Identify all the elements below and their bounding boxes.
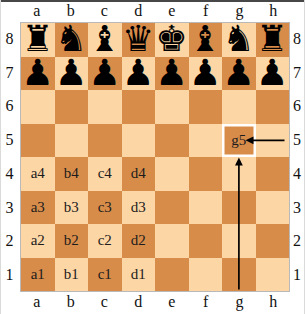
piece-black-king: ♚ (156, 22, 188, 56)
rank-label-left-4: 4 (0, 157, 19, 191)
square-c5[interactable] (88, 124, 122, 158)
square-g1[interactable] (222, 258, 256, 292)
file-label-bottom-b: b (54, 292, 88, 312)
square-a4[interactable]: a4 (21, 157, 55, 191)
square-label-c2: c2 (98, 232, 112, 249)
piece-black-rook: ♜ (256, 22, 288, 56)
file-label-bottom-c: c (88, 292, 122, 312)
square-d6[interactable] (122, 90, 156, 124)
piece-black-pawn: ♟ (156, 56, 188, 90)
square-c4[interactable]: c4 (88, 157, 122, 191)
rank-label-right-6: 6 (290, 90, 304, 124)
square-f6[interactable] (189, 90, 223, 124)
square-b3[interactable]: b3 (55, 191, 89, 225)
chessboard-diagram: abcdefgh 87654321 87654321 abcdefgh ♜♞♝♛… (0, 0, 305, 314)
square-label-c3: c3 (98, 199, 112, 216)
square-b5[interactable] (55, 124, 89, 158)
rank-label-right-3: 3 (290, 191, 304, 225)
square-g6[interactable] (222, 90, 256, 124)
rank-label-right-7: 7 (290, 56, 304, 90)
square-e6[interactable] (155, 90, 189, 124)
rank-label-left-7: 7 (0, 56, 19, 90)
square-e4[interactable] (155, 157, 189, 191)
square-a7[interactable]: ♟ (21, 57, 55, 91)
rank-labels-left: 87654321 (0, 22, 19, 292)
square-label-b1: b1 (64, 266, 79, 283)
piece-black-rook: ♜ (22, 22, 54, 56)
rank-label-right-5: 5 (290, 123, 304, 157)
piece-black-pawn: ♟ (22, 56, 54, 90)
square-g5[interactable]: g5 (222, 124, 256, 158)
rank-label-left-6: 6 (0, 90, 19, 124)
rank-label-left-5: 5 (0, 123, 19, 157)
square-label-b2: b2 (64, 232, 79, 249)
square-h6[interactable] (256, 90, 290, 124)
square-a1[interactable]: a1 (21, 258, 55, 292)
square-b6[interactable] (55, 90, 89, 124)
square-d3[interactable]: d3 (122, 191, 156, 225)
square-b1[interactable]: b1 (55, 258, 89, 292)
piece-black-knight: ♞ (223, 22, 255, 56)
square-label-a2: a2 (31, 232, 45, 249)
square-label-b4: b4 (64, 165, 79, 182)
rank-label-left-2: 2 (0, 225, 19, 259)
piece-black-pawn: ♟ (256, 56, 288, 90)
square-h3[interactable] (256, 191, 290, 225)
file-labels-bottom: abcdefgh (20, 292, 290, 312)
rank-labels-right: 87654321 (290, 22, 304, 292)
square-label-d4: d4 (131, 165, 146, 182)
square-f4[interactable] (189, 157, 223, 191)
square-d2[interactable]: d2 (122, 224, 156, 258)
piece-black-pawn: ♟ (55, 56, 87, 90)
piece-black-pawn: ♟ (122, 56, 154, 90)
file-label-bottom-e: e (155, 292, 189, 312)
square-label-a4: a4 (31, 165, 45, 182)
square-b4[interactable]: b4 (55, 157, 89, 191)
square-c1[interactable]: c1 (88, 258, 122, 292)
square-a5[interactable] (21, 124, 55, 158)
square-c6[interactable] (88, 90, 122, 124)
square-label-d1: d1 (131, 266, 146, 283)
square-label-d3: d3 (131, 199, 146, 216)
square-h7[interactable]: ♟ (256, 57, 290, 91)
square-b7[interactable]: ♟ (55, 57, 89, 91)
right-border-line (304, 0, 305, 314)
file-label-bottom-f: f (189, 292, 223, 312)
square-h2[interactable] (256, 224, 290, 258)
square-label-d2: d2 (131, 232, 146, 249)
square-e3[interactable] (155, 191, 189, 225)
square-e5[interactable] (155, 124, 189, 158)
rank-label-right-1: 1 (290, 258, 304, 292)
square-e2[interactable] (155, 224, 189, 258)
square-f1[interactable] (189, 258, 223, 292)
square-g4[interactable] (222, 157, 256, 191)
square-a3[interactable]: a3 (21, 191, 55, 225)
square-f2[interactable] (189, 224, 223, 258)
file-label-bottom-a: a (20, 292, 54, 312)
square-label-a3: a3 (31, 199, 45, 216)
square-f3[interactable] (189, 191, 223, 225)
rank-label-right-4: 4 (290, 157, 304, 191)
rank-label-left-3: 3 (0, 191, 19, 225)
rank-label-right-8: 8 (290, 22, 304, 56)
square-d1[interactable]: d1 (122, 258, 156, 292)
square-f7[interactable]: ♟ (189, 57, 223, 91)
chess-board: ♜♞♝♛♚♝♞♜♟♟♟♟♟♟♟♟g5a4b4c4d4a3b3c3d3a2b2c2… (20, 22, 290, 292)
square-e1[interactable] (155, 258, 189, 292)
square-g2[interactable] (222, 224, 256, 258)
square-d7[interactable]: ♟ (122, 57, 156, 91)
square-h4[interactable] (256, 157, 290, 191)
rank-label-left-1: 1 (0, 258, 19, 292)
square-g3[interactable] (222, 191, 256, 225)
piece-black-pawn: ♟ (223, 56, 255, 90)
square-g7[interactable]: ♟ (222, 57, 256, 91)
square-h1[interactable] (256, 258, 290, 292)
piece-black-queen: ♛ (122, 22, 154, 56)
piece-black-knight: ♞ (55, 22, 87, 56)
file-label-bottom-h: h (256, 292, 290, 312)
square-c2[interactable]: c2 (88, 224, 122, 258)
rank-label-left-8: 8 (0, 22, 19, 56)
square-label-c1: c1 (98, 266, 112, 283)
piece-black-bishop: ♝ (89, 22, 121, 56)
square-label-g5: g5 (231, 132, 246, 149)
square-f5[interactable] (189, 124, 223, 158)
file-label-bottom-d: d (121, 292, 155, 312)
square-b2[interactable]: b2 (55, 224, 89, 258)
square-a2[interactable]: a2 (21, 224, 55, 258)
piece-black-pawn: ♟ (89, 56, 121, 90)
piece-black-bishop: ♝ (189, 22, 221, 56)
square-c3[interactable]: c3 (88, 191, 122, 225)
square-label-c4: c4 (98, 165, 112, 182)
square-label-b3: b3 (64, 199, 79, 216)
square-label-a1: a1 (31, 266, 45, 283)
square-c7[interactable]: ♟ (88, 57, 122, 91)
square-d4[interactable]: d4 (122, 157, 156, 191)
square-a6[interactable] (21, 90, 55, 124)
piece-black-pawn: ♟ (189, 56, 221, 90)
rank-label-right-2: 2 (290, 225, 304, 259)
square-d5[interactable] (122, 124, 156, 158)
square-e7[interactable]: ♟ (155, 57, 189, 91)
file-label-bottom-g: g (223, 292, 257, 312)
square-h5[interactable] (256, 124, 290, 158)
